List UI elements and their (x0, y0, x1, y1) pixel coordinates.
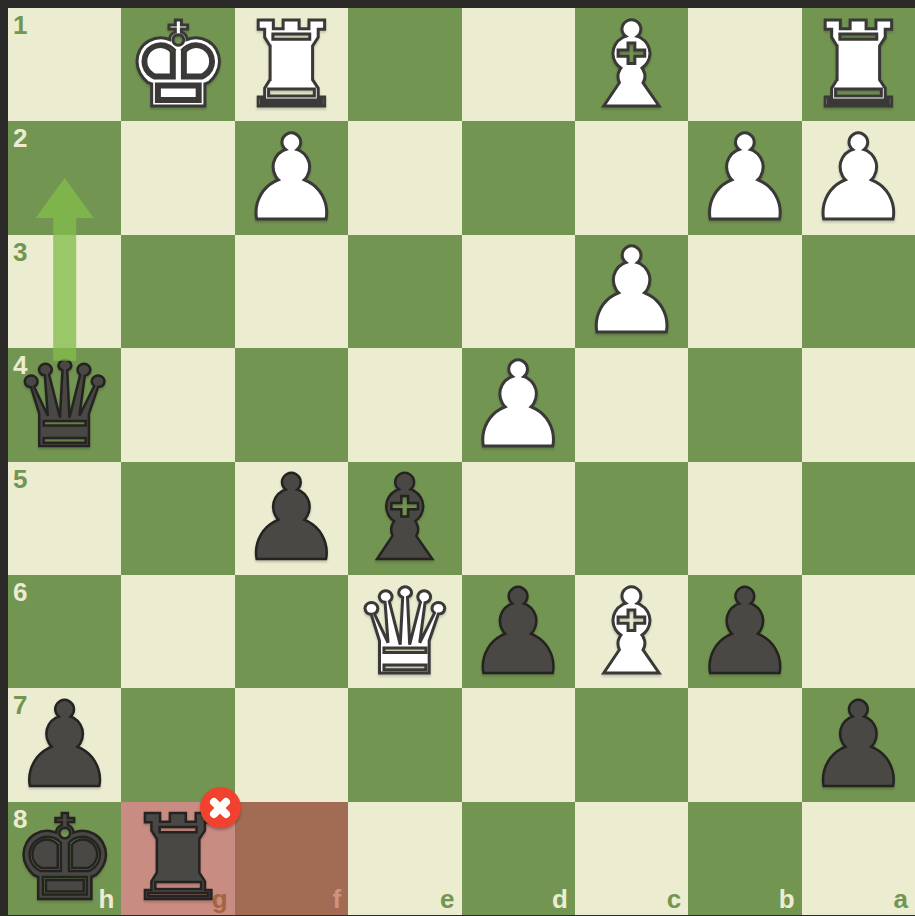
square-a3[interactable] (802, 235, 915, 348)
square-e8[interactable]: e (348, 802, 461, 915)
square-e1[interactable] (348, 8, 461, 121)
square-d6[interactable]: ♟ (462, 575, 575, 688)
square-g5[interactable] (121, 462, 234, 575)
square-d5[interactable] (462, 462, 575, 575)
square-d1[interactable] (462, 8, 575, 121)
square-b6[interactable]: ♟ (688, 575, 801, 688)
square-a8[interactable]: a (802, 802, 915, 915)
white-pawn[interactable]: ♟ (462, 348, 575, 461)
square-b2[interactable]: ♟ (688, 121, 801, 234)
white-bishop[interactable]: ♝ (575, 575, 688, 688)
black-king[interactable]: ♚ (8, 802, 121, 915)
square-c1[interactable]: ♝ (575, 8, 688, 121)
square-e4[interactable] (348, 348, 461, 461)
chess-board[interactable]: 1♚♜♝♜2♟♟♟3♟4♛♟5♟♝6♛♟♝♟7♟♟8h♚g♜fedcba (8, 8, 915, 915)
square-c4[interactable] (575, 348, 688, 461)
square-g7[interactable] (121, 688, 234, 801)
rank-label-1: 1 (13, 12, 27, 38)
white-king[interactable]: ♚ (121, 8, 234, 121)
square-e6[interactable]: ♛ (348, 575, 461, 688)
black-pawn[interactable]: ♟ (8, 688, 121, 801)
square-b8[interactable]: b (688, 802, 801, 915)
square-d8[interactable]: d (462, 802, 575, 915)
white-bishop[interactable]: ♝ (575, 8, 688, 121)
black-bishop[interactable]: ♝ (348, 462, 461, 575)
square-h2[interactable]: 2 (8, 121, 121, 234)
square-c8[interactable]: c (575, 802, 688, 915)
white-pawn[interactable]: ♟ (235, 121, 348, 234)
file-label-f: f (332, 886, 341, 912)
square-h5[interactable]: 5 (8, 462, 121, 575)
white-rook[interactable]: ♜ (802, 8, 915, 121)
rank-label-3: 3 (13, 239, 27, 265)
square-a6[interactable] (802, 575, 915, 688)
square-e5[interactable]: ♝ (348, 462, 461, 575)
square-b3[interactable] (688, 235, 801, 348)
square-e2[interactable] (348, 121, 461, 234)
chess-app-background: 1♚♜♝♜2♟♟♟3♟4♛♟5♟♝6♛♟♝♟7♟♟8h♚g♜fedcba (0, 0, 915, 916)
square-a4[interactable] (802, 348, 915, 461)
square-b7[interactable] (688, 688, 801, 801)
square-b4[interactable] (688, 348, 801, 461)
white-rook[interactable]: ♜ (235, 8, 348, 121)
square-h8[interactable]: 8h♚ (8, 802, 121, 915)
square-b5[interactable] (688, 462, 801, 575)
square-c6[interactable]: ♝ (575, 575, 688, 688)
file-label-e: e (440, 886, 454, 912)
square-c5[interactable] (575, 462, 688, 575)
square-g2[interactable] (121, 121, 234, 234)
square-h4[interactable]: 4♛ (8, 348, 121, 461)
black-pawn[interactable]: ♟ (235, 462, 348, 575)
white-queen[interactable]: ♛ (348, 575, 461, 688)
square-f8[interactable]: f (235, 802, 348, 915)
square-f7[interactable] (235, 688, 348, 801)
square-d2[interactable] (462, 121, 575, 234)
square-e7[interactable] (348, 688, 461, 801)
rank-label-6: 6 (13, 579, 27, 605)
square-d3[interactable] (462, 235, 575, 348)
white-pawn[interactable]: ♟ (575, 235, 688, 348)
square-a2[interactable]: ♟ (802, 121, 915, 234)
square-a7[interactable]: ♟ (802, 688, 915, 801)
square-h7[interactable]: 7♟ (8, 688, 121, 801)
black-queen[interactable]: ♛ (8, 348, 121, 461)
square-d4[interactable]: ♟ (462, 348, 575, 461)
white-pawn[interactable]: ♟ (688, 121, 801, 234)
file-label-a: a (894, 886, 908, 912)
square-a1[interactable]: ♜ (802, 8, 915, 121)
black-pawn[interactable]: ♟ (802, 688, 915, 801)
file-label-c: c (667, 886, 681, 912)
square-f3[interactable] (235, 235, 348, 348)
rank-label-2: 2 (13, 125, 27, 151)
square-g6[interactable] (121, 575, 234, 688)
white-pawn[interactable]: ♟ (802, 121, 915, 234)
square-c3[interactable]: ♟ (575, 235, 688, 348)
square-g1[interactable]: ♚ (121, 8, 234, 121)
square-g3[interactable] (121, 235, 234, 348)
square-f1[interactable]: ♜ (235, 8, 348, 121)
black-pawn[interactable]: ♟ (462, 575, 575, 688)
square-h3[interactable]: 3 (8, 235, 121, 348)
square-d7[interactable] (462, 688, 575, 801)
file-label-d: d (552, 886, 568, 912)
square-e3[interactable] (348, 235, 461, 348)
square-h1[interactable]: 1 (8, 8, 121, 121)
square-c2[interactable] (575, 121, 688, 234)
square-a5[interactable] (802, 462, 915, 575)
incorrect-move-badge (200, 787, 241, 828)
file-label-b: b (779, 886, 795, 912)
square-f6[interactable] (235, 575, 348, 688)
square-b1[interactable] (688, 8, 801, 121)
square-f2[interactable]: ♟ (235, 121, 348, 234)
square-h6[interactable]: 6 (8, 575, 121, 688)
square-c7[interactable] (575, 688, 688, 801)
square-f4[interactable] (235, 348, 348, 461)
black-pawn[interactable]: ♟ (688, 575, 801, 688)
square-g4[interactable] (121, 348, 234, 461)
square-f5[interactable]: ♟ (235, 462, 348, 575)
